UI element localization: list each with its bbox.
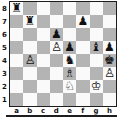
square-a8[interactable]: ♜ <box>10 2 23 15</box>
square-e7[interactable] <box>63 15 76 28</box>
file-label-c: c <box>37 106 50 115</box>
square-c5[interactable] <box>37 41 50 54</box>
square-g5[interactable]: ♝ <box>90 41 103 54</box>
square-a3[interactable] <box>10 67 23 80</box>
square-h8[interactable] <box>103 2 116 15</box>
square-a5[interactable] <box>10 41 23 54</box>
file-label-h: h <box>103 106 116 115</box>
piece-white-pawn: ♙ <box>104 67 115 80</box>
rank-label-1: 1 <box>0 93 9 106</box>
diagram-bottom-rule <box>6 115 117 117</box>
square-f4[interactable] <box>76 54 89 67</box>
square-h7[interactable] <box>103 15 116 28</box>
square-c8[interactable] <box>37 2 50 15</box>
square-d1[interactable] <box>50 93 63 106</box>
square-b7[interactable]: ♜ <box>23 15 36 28</box>
square-a6[interactable] <box>10 28 23 41</box>
square-g7[interactable] <box>90 15 103 28</box>
rank-label-8: 8 <box>0 2 9 15</box>
piece-white-pawn: ♙ <box>24 54 35 67</box>
rank-label-2: 2 <box>0 80 9 93</box>
chess-board: ♜♜♟♟♙♟♝♟♙♞♚♗♙♘♔ <box>9 1 117 107</box>
square-d5[interactable]: ♙ <box>50 41 63 54</box>
square-a1[interactable] <box>10 93 23 106</box>
square-e2[interactable]: ♘ <box>63 80 76 93</box>
rank-label-4: 4 <box>0 54 9 67</box>
square-c1[interactable] <box>37 93 50 106</box>
square-f5[interactable] <box>76 41 89 54</box>
square-d3[interactable] <box>50 67 63 80</box>
file-label-g: g <box>90 106 103 115</box>
square-b6[interactable] <box>23 28 36 41</box>
file-label-d: d <box>50 106 63 115</box>
square-g8[interactable] <box>90 2 103 15</box>
square-g2[interactable]: ♔ <box>90 80 103 93</box>
square-c7[interactable] <box>37 15 50 28</box>
file-label-a: a <box>10 106 23 115</box>
square-h1[interactable] <box>103 93 116 106</box>
piece-white-knight: ♘ <box>64 80 75 93</box>
square-e8[interactable] <box>63 2 76 15</box>
square-f3[interactable] <box>76 67 89 80</box>
square-h2[interactable] <box>103 80 116 93</box>
piece-black-bishop: ♝ <box>91 41 102 54</box>
square-h3[interactable]: ♙ <box>103 67 116 80</box>
square-f1[interactable] <box>76 93 89 106</box>
square-c6[interactable] <box>37 28 50 41</box>
square-b2[interactable] <box>23 80 36 93</box>
rank-label-3: 3 <box>0 67 9 80</box>
square-a4[interactable] <box>10 54 23 67</box>
square-e1[interactable] <box>63 93 76 106</box>
square-c3[interactable] <box>37 67 50 80</box>
square-g4[interactable] <box>90 54 103 67</box>
file-label-f: f <box>76 106 89 115</box>
square-c4[interactable] <box>37 54 50 67</box>
file-labels: abcdefgh <box>10 106 116 115</box>
square-d8[interactable] <box>50 2 63 15</box>
square-a2[interactable] <box>10 80 23 93</box>
piece-black-rook: ♜ <box>24 15 35 28</box>
square-b1[interactable] <box>23 93 36 106</box>
piece-black-pawn: ♟ <box>77 15 88 28</box>
square-b3[interactable] <box>23 67 36 80</box>
rank-label-7: 7 <box>0 15 9 28</box>
square-f7[interactable]: ♟ <box>76 15 89 28</box>
square-g1[interactable] <box>90 93 103 106</box>
square-b4[interactable]: ♙ <box>23 54 36 67</box>
square-f6[interactable] <box>76 28 89 41</box>
rank-label-6: 6 <box>0 28 9 41</box>
square-d2[interactable] <box>50 80 63 93</box>
piece-black-rook: ♜ <box>11 2 22 15</box>
piece-white-king: ♔ <box>91 80 102 93</box>
piece-white-pawn: ♙ <box>51 41 62 54</box>
rank-labels: 87654321 <box>0 2 9 106</box>
file-label-e: e <box>63 106 76 115</box>
square-f2[interactable] <box>76 80 89 93</box>
rank-label-5: 5 <box>0 41 9 54</box>
square-a7[interactable] <box>10 15 23 28</box>
square-d4[interactable] <box>50 54 63 67</box>
file-label-b: b <box>23 106 36 115</box>
square-c2[interactable] <box>37 80 50 93</box>
chess-diagram: 87654321 ♜♜♟♟♙♟♝♟♙♞♚♗♙♘♔ abcdefgh <box>0 0 117 118</box>
